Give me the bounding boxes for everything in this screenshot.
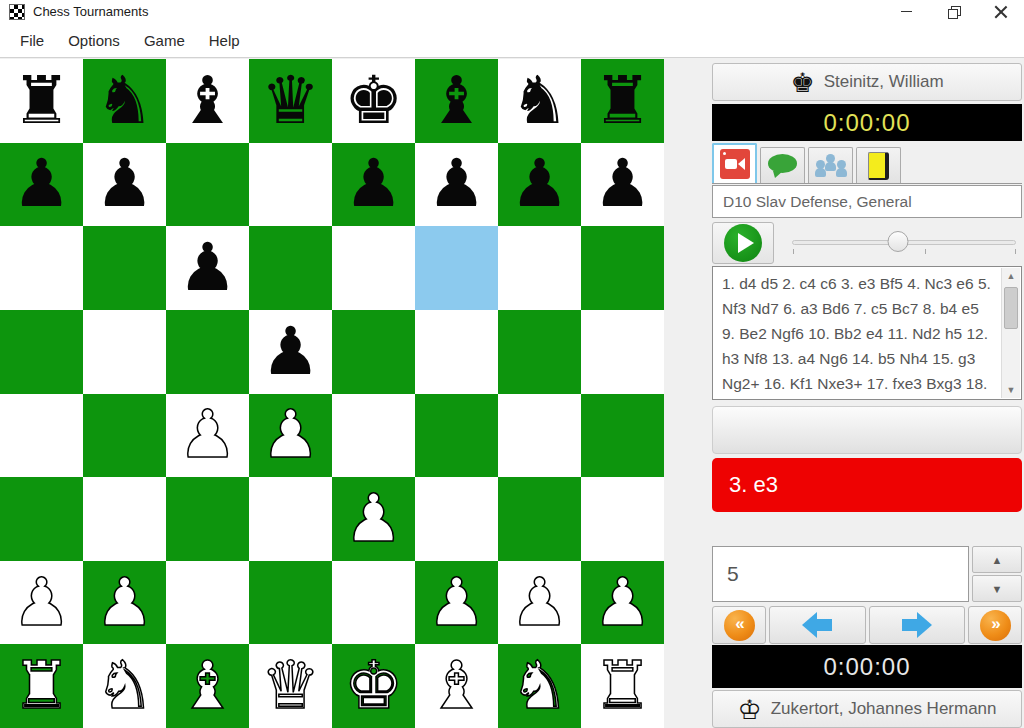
black-pawn-piece: ♟: [261, 319, 320, 385]
black-knight-piece: ♞: [95, 68, 154, 134]
square-a8[interactable]: ♜: [0, 59, 83, 143]
move-number-value: 5: [727, 562, 739, 586]
square-f5[interactable]: [415, 310, 498, 394]
spinner-down-button[interactable]: ▼: [972, 575, 1022, 602]
previous-move-icon: [802, 612, 832, 638]
spinner-up-icon: ▲: [992, 554, 1003, 566]
black-pawn-piece: ♟: [12, 151, 71, 217]
black-king-icon: ♚: [790, 69, 814, 96]
square-b4[interactable]: [83, 394, 166, 478]
square-f6[interactable]: [415, 226, 498, 310]
white-queen-piece: ♛: [261, 653, 320, 719]
square-a1[interactable]: ♜: [0, 644, 83, 728]
square-f1[interactable]: ♝: [415, 644, 498, 728]
white-pawn-piece: ♟: [12, 570, 71, 636]
black-pawn-piece: ♟: [178, 235, 237, 301]
square-d4[interactable]: ♟: [249, 394, 332, 478]
square-h8[interactable]: ♜: [581, 59, 664, 143]
move-jump-row: 5 ▲ ▼: [712, 546, 1022, 602]
square-e1[interactable]: ♚: [332, 644, 415, 728]
black-bishop-piece: ♝: [178, 68, 237, 134]
move-number-input[interactable]: 5: [712, 546, 969, 602]
square-d3[interactable]: [249, 477, 332, 561]
square-c1[interactable]: ♝: [166, 644, 249, 728]
minimize-button[interactable]: [883, 0, 930, 23]
square-h7[interactable]: ♟: [581, 143, 664, 227]
clock-top: 0:00:00: [712, 104, 1022, 141]
tab-chat[interactable]: [760, 147, 805, 183]
scroll-down-icon[interactable]: ▼: [1002, 382, 1020, 398]
square-h6[interactable]: [581, 226, 664, 310]
title-bar: Chess Tournaments: [0, 0, 1024, 23]
app-chessboard-icon: [9, 4, 25, 20]
black-pawn-piece: ♟: [344, 151, 403, 217]
white-pawn-piece: ♟: [593, 570, 652, 636]
square-g4[interactable]: [498, 394, 581, 478]
square-a7[interactable]: ♟: [0, 143, 83, 227]
close-icon: [994, 5, 1008, 19]
player-bottom-button[interactable]: ♔ Zukertort, Johannes Hermann: [712, 690, 1022, 728]
current-move-banner: 3. e3: [712, 458, 1022, 512]
square-g3[interactable]: [498, 477, 581, 561]
white-king-icon: ♔: [737, 696, 761, 723]
square-h1[interactable]: ♜: [581, 644, 664, 728]
next-move-button[interactable]: [869, 606, 966, 644]
restore-icon: [948, 6, 960, 18]
square-d2[interactable]: [249, 561, 332, 645]
square-h5[interactable]: [581, 310, 664, 394]
playback-row: [712, 222, 1022, 264]
people-group-icon: [815, 153, 847, 179]
black-queen-piece: ♛: [261, 68, 320, 134]
square-c5[interactable]: [166, 310, 249, 394]
square-e3[interactable]: ♟: [332, 477, 415, 561]
tab-players[interactable]: [808, 147, 853, 183]
black-pawn-piece: ♟: [427, 151, 486, 217]
player-top-name: Steinitz, William: [824, 72, 944, 92]
square-g1[interactable]: ♞: [498, 644, 581, 728]
square-c8[interactable]: ♝: [166, 59, 249, 143]
white-rook-piece: ♜: [593, 653, 652, 719]
square-f4[interactable]: [415, 394, 498, 478]
yellow-card-icon: [868, 152, 889, 180]
white-knight-piece: ♞: [510, 653, 569, 719]
white-pawn-piece: ♟: [427, 570, 486, 636]
navigation-row: « »: [712, 606, 1022, 644]
square-c2[interactable]: [166, 561, 249, 645]
black-knight-piece: ♞: [510, 68, 569, 134]
square-b6[interactable]: [83, 226, 166, 310]
square-h3[interactable]: [581, 477, 664, 561]
move-list-scrollbar[interactable]: ▲ ▼: [1001, 268, 1020, 398]
black-rook-piece: ♜: [593, 68, 652, 134]
square-c6[interactable]: ♟: [166, 226, 249, 310]
square-h4[interactable]: [581, 394, 664, 478]
first-move-icon: «: [724, 610, 755, 641]
play-button[interactable]: [712, 222, 774, 264]
square-a6[interactable]: [0, 226, 83, 310]
square-e2[interactable]: [332, 561, 415, 645]
last-move-button[interactable]: »: [968, 606, 1022, 644]
previous-move-button[interactable]: [769, 606, 866, 644]
square-e8[interactable]: ♚: [332, 59, 415, 143]
spinner-down-icon: ▼: [992, 583, 1003, 595]
chess-board[interactable]: ♜♞♝♛♚♝♞♜♟♟♟♟♟♟♟♟♟♟♟♟♟♟♟♟♜♞♝♛♚♝♞♜: [0, 59, 664, 728]
square-c4[interactable]: ♟: [166, 394, 249, 478]
menu-options[interactable]: Options: [68, 32, 120, 49]
white-king-piece: ♚: [344, 653, 403, 719]
square-d5[interactable]: ♟: [249, 310, 332, 394]
square-e4[interactable]: [332, 394, 415, 478]
app-window: Chess Tournaments File Options Game Help…: [0, 0, 1024, 728]
sidebar: ♚ Steinitz, William 0:00:00: [712, 58, 1022, 728]
menu-game[interactable]: Game: [144, 32, 185, 49]
clock-bottom: 0:00:00: [712, 645, 1022, 688]
window-controls: [883, 0, 1024, 23]
clock-bottom-value: 0:00:00: [823, 653, 910, 681]
next-move-icon: [902, 612, 932, 638]
tab-bar: [712, 144, 1022, 184]
square-e5[interactable]: [332, 310, 415, 394]
restore-button[interactable]: [930, 0, 977, 23]
square-c7[interactable]: [166, 143, 249, 227]
player-top-button[interactable]: ♚ Steinitz, William: [712, 63, 1022, 101]
square-g5[interactable]: [498, 310, 581, 394]
square-f8[interactable]: ♝: [415, 59, 498, 143]
tab-notes[interactable]: [856, 147, 901, 183]
spinner: ▲ ▼: [972, 546, 1022, 602]
square-b1[interactable]: ♞: [83, 644, 166, 728]
square-d7[interactable]: [249, 143, 332, 227]
white-pawn-piece: ♟: [261, 402, 320, 468]
square-c3[interactable]: [166, 477, 249, 561]
square-d1[interactable]: ♛: [249, 644, 332, 728]
black-pawn-piece: ♟: [510, 151, 569, 217]
scrollbar-thumb[interactable]: [1004, 287, 1018, 329]
square-a3[interactable]: [0, 477, 83, 561]
menu-help[interactable]: Help: [209, 32, 240, 49]
spinner-up-button[interactable]: ▲: [972, 546, 1022, 573]
black-pawn-piece: ♟: [593, 151, 652, 217]
move-list-text: 1. d4 d5 2. c4 c6 3. e3 Bf5 4. Nc3 e6 5.…: [722, 275, 991, 392]
square-g6[interactable]: [498, 226, 581, 310]
square-d6[interactable]: [249, 226, 332, 310]
square-f2[interactable]: ♟: [415, 561, 498, 645]
menu-file[interactable]: File: [20, 32, 44, 49]
speech-bubble-icon: [768, 154, 797, 173]
white-pawn-piece: ♟: [510, 570, 569, 636]
minimize-icon: [901, 11, 912, 12]
first-move-button[interactable]: «: [712, 606, 766, 644]
opening-name-field[interactable]: D10 Slav Defense, General: [712, 185, 1022, 218]
window-title: Chess Tournaments: [33, 4, 148, 19]
video-camera-icon: [720, 149, 750, 179]
square-b8[interactable]: ♞: [83, 59, 166, 143]
square-e6[interactable]: [332, 226, 415, 310]
white-bishop-piece: ♝: [427, 653, 486, 719]
square-h2[interactable]: ♟: [581, 561, 664, 645]
last-move-icon: »: [980, 610, 1011, 641]
move-list[interactable]: 1. d4 d5 2. c4 c6 3. e3 Bf5 4. Nc3 e6 5.…: [712, 266, 1022, 400]
square-g2[interactable]: ♟: [498, 561, 581, 645]
play-icon: [724, 224, 762, 262]
playback-slider[interactable]: [792, 222, 1022, 264]
black-bishop-piece: ♝: [427, 68, 486, 134]
square-g7[interactable]: ♟: [498, 143, 581, 227]
white-knight-piece: ♞: [95, 653, 154, 719]
square-f3[interactable]: [415, 477, 498, 561]
square-b7[interactable]: ♟: [83, 143, 166, 227]
square-b5[interactable]: [83, 310, 166, 394]
clock-top-value: 0:00:00: [823, 109, 910, 137]
current-move-label: 3. e3: [729, 472, 778, 498]
white-rook-piece: ♜: [12, 653, 71, 719]
square-a4[interactable]: [0, 394, 83, 478]
square-b2[interactable]: ♟: [83, 561, 166, 645]
playback-slider-thumb[interactable]: [887, 231, 908, 252]
square-a2[interactable]: ♟: [0, 561, 83, 645]
black-king-piece: ♚: [344, 68, 403, 134]
menu-bar: File Options Game Help: [0, 23, 1024, 58]
black-rook-piece: ♜: [12, 68, 71, 134]
white-pawn-piece: ♟: [95, 570, 154, 636]
close-button[interactable]: [977, 0, 1024, 23]
white-pawn-piece: ♟: [344, 486, 403, 552]
square-b3[interactable]: [83, 477, 166, 561]
scroll-up-icon[interactable]: ▲: [1002, 268, 1020, 284]
opening-name: D10 Slav Defense, General: [723, 193, 912, 211]
white-bishop-piece: ♝: [178, 653, 237, 719]
square-d8[interactable]: ♛: [249, 59, 332, 143]
player-bottom-name: Zukertort, Johannes Hermann: [771, 699, 997, 719]
white-pawn-piece: ♟: [178, 402, 237, 468]
annotation-panel: [712, 406, 1022, 454]
square-e7[interactable]: ♟: [332, 143, 415, 227]
tab-video[interactable]: [712, 143, 757, 183]
square-a5[interactable]: [0, 310, 83, 394]
square-g8[interactable]: ♞: [498, 59, 581, 143]
black-pawn-piece: ♟: [95, 151, 154, 217]
square-f7[interactable]: ♟: [415, 143, 498, 227]
